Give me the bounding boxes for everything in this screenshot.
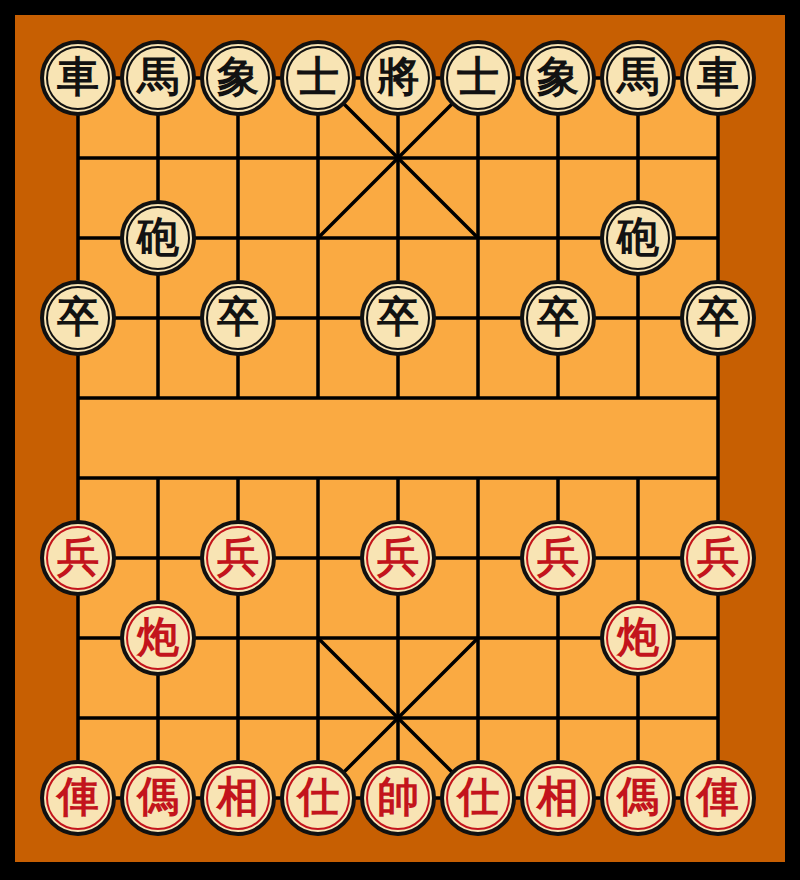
piece-black-soldier[interactable]: 卒 — [40, 280, 116, 356]
piece-glyph: 相 — [537, 776, 579, 818]
piece-glyph: 仕 — [297, 776, 339, 818]
piece-glyph: 車 — [57, 56, 99, 98]
piece-glyph: 卒 — [377, 296, 419, 338]
piece-black-advisor[interactable]: 士 — [280, 40, 356, 116]
piece-red-cannon[interactable]: 炮 — [600, 600, 676, 676]
piece-black-horse[interactable]: 馬 — [600, 40, 676, 116]
pieces-grid: 車馬象士將士象馬車砲砲卒卒卒卒卒兵兵兵兵兵炮炮俥傌相仕帥仕相傌俥 — [38, 38, 758, 838]
piece-black-cannon[interactable]: 砲 — [120, 200, 196, 276]
piece-glyph: 砲 — [137, 216, 179, 258]
piece-glyph: 兵 — [57, 536, 99, 578]
piece-glyph: 兵 — [697, 536, 739, 578]
piece-black-cannon[interactable]: 砲 — [600, 200, 676, 276]
piece-glyph: 馬 — [617, 56, 659, 98]
piece-glyph: 卒 — [57, 296, 99, 338]
piece-glyph: 卒 — [697, 296, 739, 338]
piece-red-chariot[interactable]: 俥 — [40, 760, 116, 836]
piece-black-elephant[interactable]: 象 — [200, 40, 276, 116]
piece-glyph: 將 — [377, 56, 419, 98]
piece-glyph: 兵 — [537, 536, 579, 578]
piece-black-soldier[interactable]: 卒 — [200, 280, 276, 356]
piece-glyph: 兵 — [217, 536, 259, 578]
piece-glyph: 士 — [297, 56, 339, 98]
piece-glyph: 兵 — [377, 536, 419, 578]
piece-black-advisor[interactable]: 士 — [440, 40, 516, 116]
piece-glyph: 象 — [217, 56, 259, 98]
piece-glyph: 卒 — [537, 296, 579, 338]
piece-glyph: 炮 — [617, 616, 659, 658]
piece-red-elephant[interactable]: 相 — [520, 760, 596, 836]
piece-red-soldier[interactable]: 兵 — [680, 520, 756, 596]
piece-black-soldier[interactable]: 卒 — [680, 280, 756, 356]
piece-glyph: 仕 — [457, 776, 499, 818]
piece-glyph: 帥 — [377, 776, 419, 818]
piece-black-soldier[interactable]: 卒 — [360, 280, 436, 356]
piece-glyph: 傌 — [137, 776, 179, 818]
piece-glyph: 相 — [217, 776, 259, 818]
piece-glyph: 傌 — [617, 776, 659, 818]
piece-black-horse[interactable]: 馬 — [120, 40, 196, 116]
piece-black-elephant[interactable]: 象 — [520, 40, 596, 116]
piece-black-chariot[interactable]: 車 — [40, 40, 116, 116]
xiangqi-board-frame: 車馬象士將士象馬車砲砲卒卒卒卒卒兵兵兵兵兵炮炮俥傌相仕帥仕相傌俥 — [0, 0, 800, 880]
piece-red-advisor[interactable]: 仕 — [280, 760, 356, 836]
piece-black-chariot[interactable]: 車 — [680, 40, 756, 116]
piece-glyph: 俥 — [57, 776, 99, 818]
piece-red-cannon[interactable]: 炮 — [120, 600, 196, 676]
piece-glyph: 炮 — [137, 616, 179, 658]
piece-glyph: 馬 — [137, 56, 179, 98]
piece-red-elephant[interactable]: 相 — [200, 760, 276, 836]
piece-black-general[interactable]: 將 — [360, 40, 436, 116]
piece-red-horse[interactable]: 傌 — [120, 760, 196, 836]
piece-red-soldier[interactable]: 兵 — [200, 520, 276, 596]
piece-glyph: 卒 — [217, 296, 259, 338]
piece-red-soldier[interactable]: 兵 — [360, 520, 436, 596]
piece-glyph: 俥 — [697, 776, 739, 818]
piece-red-general[interactable]: 帥 — [360, 760, 436, 836]
piece-glyph: 士 — [457, 56, 499, 98]
piece-red-chariot[interactable]: 俥 — [680, 760, 756, 836]
piece-glyph: 象 — [537, 56, 579, 98]
piece-black-soldier[interactable]: 卒 — [520, 280, 596, 356]
piece-red-soldier[interactable]: 兵 — [520, 520, 596, 596]
piece-red-advisor[interactable]: 仕 — [440, 760, 516, 836]
piece-red-soldier[interactable]: 兵 — [40, 520, 116, 596]
piece-red-horse[interactable]: 傌 — [600, 760, 676, 836]
piece-glyph: 車 — [697, 56, 739, 98]
piece-glyph: 砲 — [617, 216, 659, 258]
